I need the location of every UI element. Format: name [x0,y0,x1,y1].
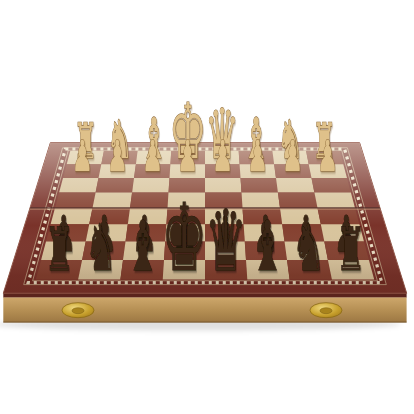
black-knight[interactable]: ♞ [85,210,117,284]
product-photo: ♜♞♝♚♛♝♞♜♟♟♟♟♟♟♟♟♟♟♟♟♟♟♟♟♜♞♝♚♛♝♞♜ [0,0,414,414]
box-side-bottom-edge [3,322,406,323]
black-queen[interactable]: ♛ [205,192,247,290]
white-pawn[interactable]: ♟ [107,131,128,181]
white-pawn[interactable]: ♟ [72,131,93,181]
white-pawn[interactable]: ♟ [212,131,233,181]
white-pawn[interactable]: ♟ [247,131,268,181]
black-knight[interactable]: ♞ [293,210,325,284]
black-king[interactable]: ♚ [161,183,207,292]
white-pawn[interactable]: ♟ [142,131,163,181]
black-rook[interactable]: ♜ [45,214,75,283]
brass-clasp-detail [320,308,332,314]
black-rook[interactable]: ♜ [336,214,366,283]
chess-scene: ♜♞♝♚♛♝♞♜♟♟♟♟♟♟♟♟♟♟♟♟♟♟♟♟♜♞♝♚♛♝♞♜ [0,0,414,414]
brass-clasp-detail [72,308,84,314]
white-pawn[interactable]: ♟ [317,131,338,181]
black-bishop[interactable]: ♝ [250,205,284,286]
white-pawn[interactable]: ♟ [282,131,303,181]
black-bishop[interactable]: ♝ [126,205,160,286]
white-pawn[interactable]: ♟ [177,131,198,181]
